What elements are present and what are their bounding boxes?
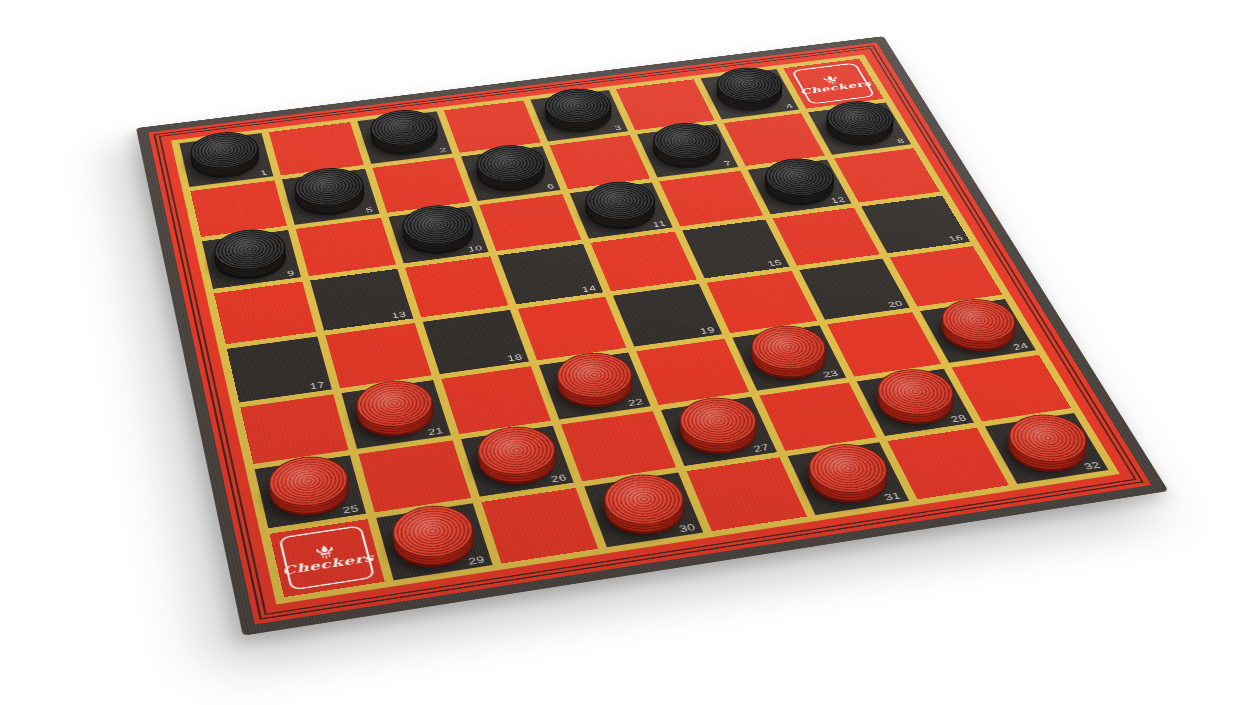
square-1[interactable]: 1 [179,133,273,187]
red-square-r7c2 [358,440,471,512]
square-15[interactable]: 15 [682,220,789,279]
red-piece-21[interactable] [341,380,450,449]
red-square-r8c7 [887,428,1009,500]
square-26[interactable]: 26 [460,425,574,497]
square-4[interactable]: 4 [700,69,799,119]
board-frame: 1234 Checkers 56789101112131415161718192… [171,54,1120,604]
square-17[interactable]: 17 [227,336,332,402]
red-piece-22[interactable] [539,352,650,419]
red-piece-32[interactable] [985,413,1108,484]
black-piece-1[interactable] [179,133,273,187]
square-22[interactable]: 22 [539,352,650,419]
board-border-band: 1234 Checkers 56789101112131415161718192… [148,43,1151,625]
scene: 1234 Checkers 56789101112131415161718192… [0,0,1253,705]
square-9[interactable]: 9 [202,230,301,289]
square-2[interactable]: 2 [357,111,453,164]
black-piece-9[interactable] [202,230,301,289]
red-square-r4c1 [214,282,316,344]
square-11[interactable]: 11 [570,182,673,239]
red-square-r1c6 [616,79,714,130]
square-30[interactable]: 30 [585,473,704,548]
square-number: 19 [699,326,717,336]
red-square-r6c7 [827,312,942,376]
square-27[interactable]: 27 [661,397,777,467]
black-piece-10[interactable] [388,206,489,264]
black-piece-5[interactable] [282,169,379,225]
square-32[interactable]: 32 [985,413,1108,484]
red-piece-27[interactable] [661,397,777,467]
red-square-r6c3 [441,366,551,434]
square-21[interactable]: 21 [341,380,450,449]
red-piece-31[interactable] [788,443,909,516]
board-grid: 1234 Checkers 56789101112131415161718192… [179,59,1108,597]
square-5[interactable]: 5 [282,169,379,225]
black-piece-4[interactable] [700,69,799,119]
red-square-r5c8 [890,246,1002,306]
red-square-r5c4 [518,297,626,360]
red-piece-30[interactable] [585,473,704,548]
checkers-board[interactable]: 1234 Checkers 56789101112131415161718192… [136,36,1169,636]
black-piece-8[interactable] [808,102,911,154]
square-29[interactable]: 29 [376,504,492,581]
square-number: 17 [309,380,326,391]
logo-square-top-right: Checkers [784,59,884,109]
square-6[interactable]: 6 [461,146,560,201]
square-7[interactable]: 7 [637,124,738,177]
red-square-r5c6 [706,271,816,333]
red-square-r3c4 [479,194,581,251]
square-16[interactable]: 16 [861,196,970,253]
square-24[interactable]: 24 [920,299,1036,363]
black-piece-11[interactable] [570,182,673,239]
black-piece-12[interactable] [747,159,852,214]
checkers-logo: Checkers [278,525,375,591]
red-square-r3c6 [659,171,763,227]
red-square-r7c8 [952,355,1071,422]
red-piece-23[interactable] [732,325,846,390]
red-square-r7c6 [759,382,876,451]
red-piece-26[interactable] [460,425,574,497]
red-square-r7c4 [561,411,676,482]
red-square-r6c5 [636,339,749,405]
red-piece-24[interactable] [920,299,1036,363]
red-square-r5c2 [325,323,431,388]
square-number: 13 [390,310,407,320]
square-number: 16 [947,234,965,243]
red-piece-29[interactable] [376,504,492,581]
checkers-logo: Checkers [791,63,875,105]
logo-square-bottom-left: Checkers [270,519,385,597]
square-19[interactable]: 19 [613,284,722,347]
square-number: 15 [766,259,784,268]
red-square-r6c1 [240,394,348,464]
square-12[interactable]: 12 [747,159,852,214]
black-piece-7[interactable] [637,124,738,177]
red-square-r2c3 [372,157,470,212]
red-square-r4c5 [591,232,697,291]
square-14[interactable]: 14 [498,244,603,304]
square-25[interactable]: 25 [255,455,366,528]
square-31[interactable]: 31 [788,443,909,516]
square-20[interactable]: 20 [799,259,910,320]
red-square-r2c5 [550,135,650,189]
red-square-r8c5 [687,457,807,531]
red-piece-25[interactable] [255,455,366,528]
square-3[interactable]: 3 [530,90,627,141]
red-piece-28[interactable] [856,368,974,436]
square-28[interactable]: 28 [856,368,974,436]
black-piece-2[interactable] [357,111,453,164]
square-number: 14 [581,284,598,294]
red-square-r4c3 [405,256,509,317]
black-piece-6[interactable] [461,146,560,201]
red-square-r2c1 [190,180,286,236]
logo-text: Checkers [798,80,873,96]
red-square-r1c2 [269,122,364,175]
red-square-r3c2 [295,218,395,277]
red-square-r8c3 [481,488,598,564]
square-18[interactable]: 18 [422,310,529,374]
square-13[interactable]: 13 [310,269,413,331]
square-number: 18 [506,353,524,363]
logo-text: Checkers [281,552,375,577]
red-square-r3c8 [834,148,940,203]
red-square-r4c7 [772,208,880,266]
square-number: 20 [886,299,904,309]
square-10[interactable]: 10 [388,206,489,264]
red-square-r1c4 [444,101,541,153]
red-square-r2c7 [723,113,825,166]
square-23[interactable]: 23 [732,325,846,390]
black-piece-3[interactable] [530,90,627,141]
square-8[interactable]: 8 [808,102,911,154]
